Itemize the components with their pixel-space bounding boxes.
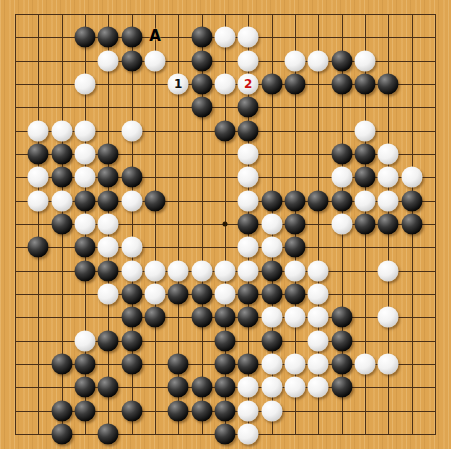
black-stone[interactable]: ●	[191, 377, 212, 398]
black-stone[interactable]: ●	[214, 377, 235, 398]
black-stone[interactable]: ●	[98, 27, 119, 48]
black-stone[interactable]: ●	[98, 167, 119, 188]
black-stone[interactable]: ●	[74, 190, 95, 211]
black-stone[interactable]: ●	[121, 283, 142, 304]
white-stone[interactable]: ○	[98, 237, 119, 258]
white-stone[interactable]: ○	[261, 307, 282, 328]
black-stone[interactable]: ●	[51, 353, 72, 374]
black-stone[interactable]: ●	[401, 190, 422, 211]
black-stone[interactable]: ●	[261, 283, 282, 304]
black-stone[interactable]: ●	[74, 400, 95, 421]
black-stone[interactable]: ●	[214, 353, 235, 374]
white-stone[interactable]: ○	[308, 260, 329, 281]
black-stone[interactable]: ●	[238, 97, 259, 118]
white-stone[interactable]: ○	[284, 50, 305, 71]
white-stone[interactable]: ○	[74, 167, 95, 188]
black-stone[interactable]: ●	[51, 400, 72, 421]
white-stone[interactable]: ○1	[168, 73, 189, 94]
white-stone[interactable]: ○	[121, 190, 142, 211]
black-stone[interactable]: ●	[284, 190, 305, 211]
white-stone[interactable]: ○	[238, 190, 259, 211]
white-stone[interactable]: ○	[168, 260, 189, 281]
black-stone[interactable]: ●	[98, 423, 119, 444]
grid-line-vertical	[435, 14, 436, 435]
black-stone[interactable]: ●	[331, 307, 352, 328]
black-stone[interactable]: ●	[191, 283, 212, 304]
black-stone[interactable]: ●	[191, 307, 212, 328]
white-stone[interactable]: ○	[261, 353, 282, 374]
white-stone[interactable]: ○	[284, 353, 305, 374]
black-stone[interactable]: ●	[51, 143, 72, 164]
white-stone[interactable]: ○	[74, 73, 95, 94]
white-stone[interactable]: ○	[261, 400, 282, 421]
black-stone[interactable]: ●	[191, 50, 212, 71]
white-stone[interactable]: ○	[144, 283, 165, 304]
black-stone[interactable]: ●	[121, 167, 142, 188]
black-stone[interactable]: ●	[74, 237, 95, 258]
black-stone[interactable]: ●	[284, 283, 305, 304]
white-stone[interactable]: ○	[261, 237, 282, 258]
star-point	[222, 221, 227, 226]
white-stone[interactable]: ○	[308, 50, 329, 71]
black-stone[interactable]: ●	[214, 330, 235, 351]
white-stone[interactable]: ○	[98, 50, 119, 71]
black-stone[interactable]: ●	[261, 190, 282, 211]
black-stone[interactable]: ●	[214, 423, 235, 444]
black-stone[interactable]: ●	[74, 27, 95, 48]
black-stone[interactable]: ●	[74, 353, 95, 374]
white-stone[interactable]: ○	[121, 120, 142, 141]
white-stone[interactable]: ○	[238, 50, 259, 71]
white-stone[interactable]: ○	[331, 213, 352, 234]
black-stone[interactable]: ●	[98, 190, 119, 211]
white-stone[interactable]: ○	[191, 260, 212, 281]
move-number-label: 1	[174, 78, 182, 90]
black-stone[interactable]: ●	[284, 73, 305, 94]
white-stone[interactable]: ○	[214, 260, 235, 281]
white-stone[interactable]: ○	[28, 120, 49, 141]
white-stone[interactable]: ○	[98, 283, 119, 304]
board-point-label[interactable]: A	[149, 28, 161, 46]
black-stone[interactable]: ●	[28, 143, 49, 164]
white-stone[interactable]: ○	[284, 260, 305, 281]
white-stone[interactable]: ○	[214, 27, 235, 48]
black-stone[interactable]: ●	[261, 260, 282, 281]
white-stone[interactable]: ○	[378, 167, 399, 188]
black-stone[interactable]: ●	[331, 50, 352, 71]
white-stone[interactable]: ○	[74, 330, 95, 351]
black-stone[interactable]: ●	[74, 377, 95, 398]
black-stone[interactable]: ●	[121, 50, 142, 71]
black-stone[interactable]: ●	[261, 330, 282, 351]
white-stone[interactable]: ○	[308, 307, 329, 328]
black-stone[interactable]: ●	[144, 190, 165, 211]
black-stone[interactable]: ●	[354, 73, 375, 94]
black-stone[interactable]: ●	[214, 120, 235, 141]
white-stone[interactable]: ○	[401, 167, 422, 188]
black-stone[interactable]: ●	[238, 283, 259, 304]
white-stone[interactable]: ○	[121, 237, 142, 258]
white-stone[interactable]: ○	[261, 213, 282, 234]
black-stone[interactable]: ●	[238, 353, 259, 374]
white-stone[interactable]: ○	[238, 167, 259, 188]
black-stone[interactable]: ●	[51, 423, 72, 444]
black-stone[interactable]: ●	[168, 377, 189, 398]
white-stone[interactable]: ○	[74, 143, 95, 164]
white-stone[interactable]: ○	[144, 50, 165, 71]
white-stone[interactable]: ○	[238, 237, 259, 258]
black-stone[interactable]: ●	[168, 283, 189, 304]
white-stone[interactable]: ○	[378, 190, 399, 211]
white-stone[interactable]: ○	[261, 377, 282, 398]
black-stone[interactable]: ●	[238, 213, 259, 234]
move-number-label: 2	[244, 78, 252, 90]
white-stone[interactable]: ○	[121, 260, 142, 281]
black-stone[interactable]: ●	[191, 73, 212, 94]
black-stone[interactable]: ●	[98, 143, 119, 164]
white-stone[interactable]: ○	[308, 377, 329, 398]
white-stone[interactable]: ○	[144, 260, 165, 281]
white-stone[interactable]: ○	[284, 307, 305, 328]
black-stone[interactable]: ●	[238, 120, 259, 141]
white-stone[interactable]: ○	[331, 167, 352, 188]
white-stone[interactable]: ○2	[238, 73, 259, 94]
white-stone[interactable]: ○	[238, 400, 259, 421]
black-stone[interactable]: ●	[28, 237, 49, 258]
black-stone[interactable]: ●	[144, 307, 165, 328]
black-stone[interactable]: ●	[354, 143, 375, 164]
white-stone[interactable]: ○	[354, 190, 375, 211]
white-stone[interactable]: ○	[378, 143, 399, 164]
black-stone[interactable]: ●	[214, 307, 235, 328]
black-stone[interactable]: ●	[51, 213, 72, 234]
black-stone[interactable]: ●	[121, 330, 142, 351]
black-stone[interactable]: ●	[98, 377, 119, 398]
white-stone[interactable]: ○	[308, 330, 329, 351]
white-stone[interactable]: ○	[214, 73, 235, 94]
white-stone[interactable]: ○	[28, 190, 49, 211]
black-stone[interactable]: ●	[378, 213, 399, 234]
white-stone[interactable]: ○	[354, 50, 375, 71]
white-stone[interactable]: ○	[214, 283, 235, 304]
white-stone[interactable]: ○	[238, 143, 259, 164]
white-stone[interactable]: ○	[378, 260, 399, 281]
white-stone[interactable]: ○	[28, 167, 49, 188]
white-stone[interactable]: ○	[51, 120, 72, 141]
black-stone[interactable]: ●	[331, 377, 352, 398]
black-stone[interactable]: ●	[98, 330, 119, 351]
black-stone[interactable]: ●	[168, 400, 189, 421]
black-stone[interactable]: ●	[98, 260, 119, 281]
black-stone[interactable]: ●	[331, 353, 352, 374]
white-stone[interactable]: ○	[238, 260, 259, 281]
black-stone[interactable]: ●	[378, 73, 399, 94]
black-stone[interactable]: ●	[121, 27, 142, 48]
white-stone[interactable]: ○	[284, 377, 305, 398]
white-stone[interactable]: ○	[308, 283, 329, 304]
white-stone[interactable]: ○	[238, 377, 259, 398]
white-stone[interactable]: ○	[74, 120, 95, 141]
white-stone[interactable]: ○	[354, 120, 375, 141]
white-stone[interactable]: ○	[51, 190, 72, 211]
black-stone[interactable]: ●	[51, 167, 72, 188]
black-stone[interactable]: ●	[401, 213, 422, 234]
white-stone[interactable]: ○	[354, 353, 375, 374]
black-stone[interactable]: ●	[168, 353, 189, 374]
black-stone[interactable]: ●	[331, 73, 352, 94]
black-stone[interactable]: ●	[331, 143, 352, 164]
white-stone[interactable]: ○	[378, 353, 399, 374]
black-stone[interactable]: ●	[261, 73, 282, 94]
white-stone[interactable]: ○	[238, 423, 259, 444]
black-stone[interactable]: ●	[238, 307, 259, 328]
black-stone[interactable]: ●	[191, 97, 212, 118]
black-stone[interactable]: ●	[74, 260, 95, 281]
white-stone[interactable]: ○	[74, 213, 95, 234]
black-stone[interactable]: ●	[308, 190, 329, 211]
white-stone[interactable]: ○	[308, 353, 329, 374]
black-stone[interactable]: ●	[191, 400, 212, 421]
go-board[interactable]: ●●●●○○○●○●○○○●○○○1●○○2●●●●●●●○○○○●●○●●○●…	[0, 0, 451, 449]
black-stone[interactable]: ●	[214, 400, 235, 421]
black-stone[interactable]: ●	[331, 330, 352, 351]
black-stone[interactable]: ●	[354, 167, 375, 188]
white-stone[interactable]: ○	[98, 213, 119, 234]
black-stone[interactable]: ●	[284, 213, 305, 234]
black-stone[interactable]: ●	[191, 27, 212, 48]
white-stone[interactable]: ○	[378, 307, 399, 328]
black-stone[interactable]: ●	[284, 237, 305, 258]
black-stone[interactable]: ●	[331, 190, 352, 211]
white-stone[interactable]: ○	[238, 27, 259, 48]
black-stone[interactable]: ●	[354, 213, 375, 234]
black-stone[interactable]: ●	[121, 353, 142, 374]
black-stone[interactable]: ●	[121, 307, 142, 328]
black-stone[interactable]: ●	[121, 400, 142, 421]
